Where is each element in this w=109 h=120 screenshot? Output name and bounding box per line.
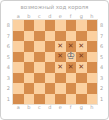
possible-move-mark: ✕: [55, 52, 66, 63]
square-c1: [34, 94, 45, 105]
square-c4: [34, 62, 45, 73]
rank-label-8: 8: [7, 22, 10, 28]
file-label-f: f: [66, 104, 77, 111]
square-g4: ✕: [76, 62, 87, 73]
square-h3: [87, 73, 98, 84]
square-d5: [45, 52, 56, 63]
file-label-e: e: [55, 104, 66, 111]
square-h1: [87, 94, 98, 105]
rank-label-4: 4: [100, 64, 103, 70]
rank-label-4: 4: [7, 64, 10, 70]
square-h2: [87, 83, 98, 94]
square-b3: [24, 73, 35, 84]
rank-label-1: 1: [100, 96, 103, 102]
file-labels-bottom: abcdefgh: [13, 104, 97, 112]
file-label-d: d: [45, 13, 56, 20]
chess-diagram-frame: возможный ход короля abcdefgh 87654321 ✕…: [0, 0, 109, 120]
rank-label-2: 2: [7, 85, 10, 91]
square-e1: [55, 94, 66, 105]
diagram-caption: возможный ход короля: [1, 3, 108, 11]
square-e6: ✕: [55, 41, 66, 52]
square-a1: [13, 94, 24, 105]
possible-move-mark: ✕: [76, 41, 87, 52]
file-label-a: a: [13, 104, 24, 111]
file-label-f: f: [66, 13, 77, 20]
square-f5: ♔: [66, 52, 77, 63]
square-e2: [55, 83, 66, 94]
square-c5: [34, 52, 45, 63]
square-a3: [13, 73, 24, 84]
file-label-a: a: [13, 13, 24, 20]
file-label-h: h: [87, 13, 98, 20]
square-e7: [55, 31, 66, 42]
file-label-c: c: [34, 13, 45, 20]
square-b2: [24, 83, 35, 94]
square-g6: ✕: [76, 41, 87, 52]
square-c2: [34, 83, 45, 94]
square-f2: [66, 83, 77, 94]
square-b4: [24, 62, 35, 73]
possible-move-mark: ✕: [66, 62, 77, 73]
square-c3: [34, 73, 45, 84]
square-a8: [13, 20, 24, 31]
square-e3: [55, 73, 66, 84]
square-a6: [13, 41, 24, 52]
square-b5: [24, 52, 35, 63]
rank-label-6: 6: [100, 43, 103, 49]
square-f7: [66, 31, 77, 42]
square-h6: [87, 41, 98, 52]
square-h8: [87, 20, 98, 31]
square-h4: [87, 62, 98, 73]
rank-label-7: 7: [7, 33, 10, 39]
square-d8: [45, 20, 56, 31]
square-b7: [24, 31, 35, 42]
square-a7: [13, 31, 24, 42]
square-b8: [24, 20, 35, 31]
rank-label-3: 3: [100, 75, 103, 81]
square-d3: [45, 73, 56, 84]
file-labels-top: abcdefgh: [13, 12, 97, 20]
possible-move-mark: ✕: [76, 62, 87, 73]
possible-move-mark: ✕: [55, 62, 66, 73]
square-c7: [34, 31, 45, 42]
square-g5: ✕: [76, 52, 87, 63]
rank-label-6: 6: [7, 43, 10, 49]
square-d6: [45, 41, 56, 52]
square-h7: [87, 31, 98, 42]
square-a2: [13, 83, 24, 94]
file-label-c: c: [34, 104, 45, 111]
square-b6: [24, 41, 35, 52]
file-label-g: g: [76, 13, 87, 20]
square-g3: [76, 73, 87, 84]
square-c6: [34, 41, 45, 52]
square-d4: [45, 62, 56, 73]
square-g7: [76, 31, 87, 42]
possible-move-mark: ✕: [55, 41, 66, 52]
square-a4: [13, 62, 24, 73]
square-h5: [87, 52, 98, 63]
rank-label-3: 3: [7, 75, 10, 81]
file-label-d: d: [45, 104, 56, 111]
square-b1: [24, 94, 35, 105]
file-label-b: b: [24, 104, 35, 111]
rank-labels-right: 87654321: [97, 20, 108, 104]
square-e4: ✕: [55, 62, 66, 73]
rank-label-8: 8: [100, 22, 103, 28]
square-g2: [76, 83, 87, 94]
square-d2: [45, 83, 56, 94]
square-g8: [76, 20, 87, 31]
square-d1: [45, 94, 56, 105]
file-label-g: g: [76, 104, 87, 111]
square-f8: [66, 20, 77, 31]
square-f4: ✕: [66, 62, 77, 73]
file-label-h: h: [87, 104, 98, 111]
file-label-b: b: [24, 13, 35, 20]
white-king-piece: ♔: [66, 52, 77, 63]
rank-label-5: 5: [100, 54, 103, 60]
square-f3: [66, 73, 77, 84]
rank-label-7: 7: [100, 33, 103, 39]
square-e5: ✕: [55, 52, 66, 63]
possible-move-mark: ✕: [76, 52, 87, 63]
chess-diagram: abcdefgh 87654321 ✕✕✕✕♔✕✕✕✕ 87654321 abc…: [1, 12, 108, 112]
square-a5: [13, 52, 24, 63]
rank-label-2: 2: [100, 85, 103, 91]
square-f1: [66, 94, 77, 105]
square-c8: [34, 20, 45, 31]
square-g1: [76, 94, 87, 105]
board: ✕✕✕✕♔✕✕✕✕: [13, 20, 97, 104]
rank-label-5: 5: [7, 54, 10, 60]
square-e8: [55, 20, 66, 31]
rank-label-1: 1: [7, 96, 10, 102]
square-d7: [45, 31, 56, 42]
file-label-e: e: [55, 13, 66, 20]
rank-labels-left: 87654321: [1, 20, 13, 104]
